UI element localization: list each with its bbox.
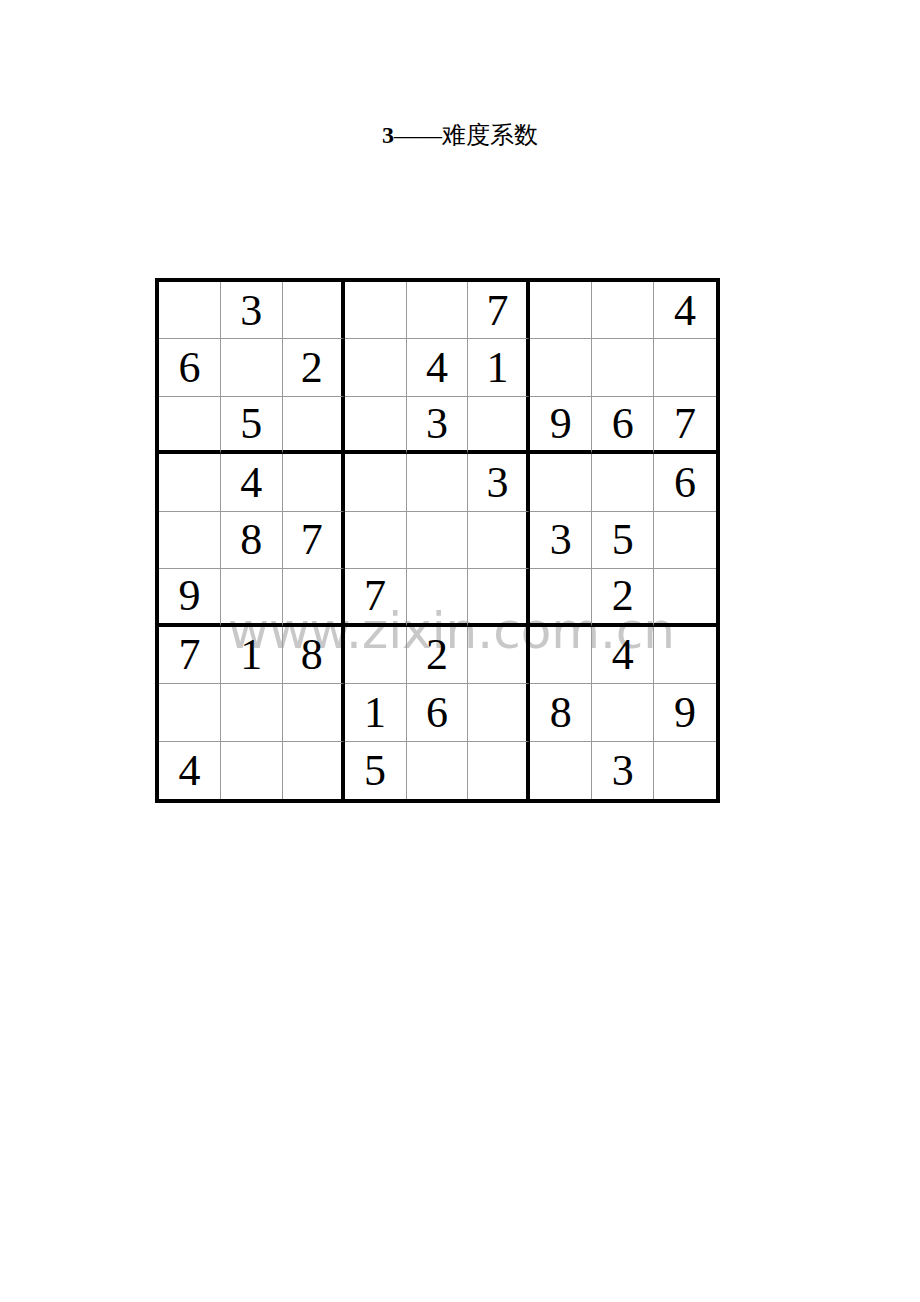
sudoku-cell-r3c1 [159,397,221,454]
sudoku-cell-r9c6 [468,742,530,799]
sudoku-cell-r5c8: 5 [592,512,654,569]
sudoku-cell-r8c9: 9 [654,684,716,741]
sudoku-cell-r2c6: 1 [468,339,530,396]
sudoku-cell-r8c7: 8 [530,684,592,741]
sudoku-cell-r4c9: 6 [654,454,716,511]
sudoku-cell-r6c2 [221,569,283,626]
sudoku-cell-r5c9 [654,512,716,569]
sudoku-board: 3746241539674368735972718241689453 [155,278,720,803]
sudoku-cell-r9c4: 5 [345,742,407,799]
sudoku-cell-r4c2: 4 [221,454,283,511]
sudoku-cell-r2c3: 2 [283,339,345,396]
sudoku-cell-r2c2 [221,339,283,396]
sudoku-cell-r3c4 [345,397,407,454]
sudoku-cell-r4c4 [345,454,407,511]
sudoku-cell-r8c6 [468,684,530,741]
sudoku-cell-r1c5 [407,282,469,339]
sudoku-cell-r7c1: 7 [159,627,221,684]
sudoku-cell-r1c7 [530,282,592,339]
sudoku-cell-r4c3 [283,454,345,511]
sudoku-cell-r2c7 [530,339,592,396]
sudoku-cell-r7c8: 4 [592,627,654,684]
sudoku-cell-r7c7 [530,627,592,684]
sudoku-cell-r2c9 [654,339,716,396]
sudoku-cell-r7c3: 8 [283,627,345,684]
sudoku-cell-r6c9 [654,569,716,626]
sudoku-cell-r8c8 [592,684,654,741]
sudoku-cell-r9c2 [221,742,283,799]
sudoku-cell-r4c1 [159,454,221,511]
sudoku-cell-r1c4 [345,282,407,339]
sudoku-cell-r6c6 [468,569,530,626]
sudoku-cell-r8c4: 1 [345,684,407,741]
sudoku-cell-r6c7 [530,569,592,626]
sudoku-cell-r6c4: 7 [345,569,407,626]
sudoku-cell-r6c5 [407,569,469,626]
sudoku-cell-r7c9 [654,627,716,684]
sudoku-cell-r2c4 [345,339,407,396]
sudoku-cell-r3c7: 9 [530,397,592,454]
sudoku-cell-r7c2: 1 [221,627,283,684]
sudoku-cell-r5c6 [468,512,530,569]
sudoku-cell-r8c3 [283,684,345,741]
sudoku-cell-r3c6 [468,397,530,454]
sudoku-cell-r6c1: 9 [159,569,221,626]
title-text: ——难度系数 [394,122,538,148]
sudoku-cell-r7c5: 2 [407,627,469,684]
sudoku-cell-r4c5 [407,454,469,511]
sudoku-cell-r5c4 [345,512,407,569]
sudoku-cell-r7c6 [468,627,530,684]
sudoku-cell-r3c9: 7 [654,397,716,454]
sudoku-cell-r9c8: 3 [592,742,654,799]
sudoku-cell-r3c5: 3 [407,397,469,454]
sudoku-cell-r8c5: 6 [407,684,469,741]
sudoku-cell-r4c6: 3 [468,454,530,511]
sudoku-cell-r3c8: 6 [592,397,654,454]
sudoku-cell-r9c7 [530,742,592,799]
sudoku-cell-r5c7: 3 [530,512,592,569]
sudoku-cell-r1c9: 4 [654,282,716,339]
sudoku-cell-r1c6: 7 [468,282,530,339]
sudoku-cell-r1c1 [159,282,221,339]
sudoku-cell-r5c1 [159,512,221,569]
sudoku-cell-r7c4 [345,627,407,684]
sudoku-cell-r5c2: 8 [221,512,283,569]
sudoku-cell-r2c5: 4 [407,339,469,396]
sudoku-cell-r9c9 [654,742,716,799]
sudoku-cell-r1c3 [283,282,345,339]
sudoku-cell-r4c8 [592,454,654,511]
sudoku-cell-r2c8 [592,339,654,396]
sudoku-cell-r5c5 [407,512,469,569]
title-number: 3 [382,122,394,148]
sudoku-cell-r8c1 [159,684,221,741]
page-title: 3——难度系数 [0,120,920,150]
sudoku-cell-r9c5 [407,742,469,799]
sudoku-cell-r9c1: 4 [159,742,221,799]
sudoku-cell-r2c1: 6 [159,339,221,396]
sudoku-cell-r5c3: 7 [283,512,345,569]
sudoku-cell-r3c2: 5 [221,397,283,454]
sudoku-cell-r4c7 [530,454,592,511]
sudoku-cell-r1c2: 3 [221,282,283,339]
sudoku-cell-r9c3 [283,742,345,799]
sudoku-cell-r8c2 [221,684,283,741]
sudoku-cell-r6c3 [283,569,345,626]
sudoku-cell-r1c8 [592,282,654,339]
sudoku-cell-r6c8: 2 [592,569,654,626]
sudoku-cell-r3c3 [283,397,345,454]
